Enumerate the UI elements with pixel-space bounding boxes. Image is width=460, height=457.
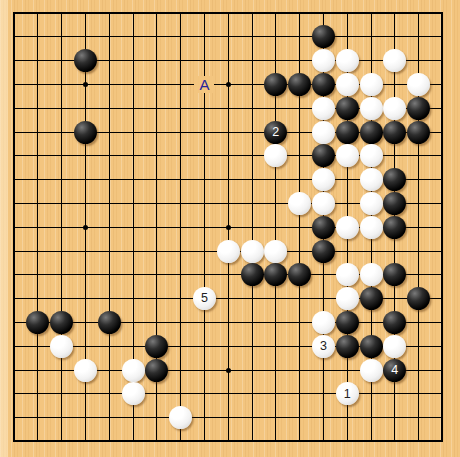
stone-white xyxy=(241,240,264,263)
stone-white xyxy=(383,97,406,120)
grid-line-horizontal xyxy=(13,322,443,323)
stone-white: 3 xyxy=(312,335,335,358)
stone-black xyxy=(336,97,359,120)
stone-white xyxy=(360,263,383,286)
stone-black xyxy=(312,240,335,263)
stone-white xyxy=(360,192,383,215)
stone-black xyxy=(383,263,406,286)
stone-white xyxy=(122,359,145,382)
stone-black xyxy=(288,263,311,286)
stone-black xyxy=(50,311,73,334)
stone-black xyxy=(360,121,383,144)
move-number-label: 5 xyxy=(201,292,208,305)
move-number-label: 4 xyxy=(391,364,398,377)
stone-black xyxy=(264,73,287,96)
stone-black xyxy=(288,73,311,96)
star-point xyxy=(83,82,88,87)
stone-black xyxy=(264,263,287,286)
stone-black xyxy=(407,121,430,144)
stone-black xyxy=(383,216,406,239)
stone-white xyxy=(264,144,287,167)
stone-white xyxy=(336,216,359,239)
grid-line-vertical xyxy=(252,12,253,442)
stone-white xyxy=(312,97,335,120)
stone-black xyxy=(145,359,168,382)
stone-white xyxy=(288,192,311,215)
stone-black xyxy=(312,144,335,167)
grid-line-vertical xyxy=(441,12,443,442)
grid-line-horizontal xyxy=(13,417,443,418)
stone-black xyxy=(383,121,406,144)
move-number-label: 3 xyxy=(320,340,327,353)
stone-white: 1 xyxy=(336,382,359,405)
stone-white xyxy=(360,144,383,167)
stone-black xyxy=(407,97,430,120)
stone-white xyxy=(312,121,335,144)
stone-white xyxy=(336,287,359,310)
stone-black xyxy=(98,311,121,334)
stone-white xyxy=(312,192,335,215)
stone-black xyxy=(336,311,359,334)
point-label-a: A xyxy=(194,76,214,93)
star-point xyxy=(226,225,231,230)
star-point xyxy=(226,82,231,87)
stone-black xyxy=(74,121,97,144)
stone-white xyxy=(336,49,359,72)
grid-line-horizontal xyxy=(13,440,443,442)
stone-white xyxy=(383,49,406,72)
stone-black xyxy=(383,192,406,215)
stone-white xyxy=(360,216,383,239)
stone-white xyxy=(122,382,145,405)
stone-white xyxy=(312,49,335,72)
stone-black xyxy=(312,25,335,48)
stone-black xyxy=(336,121,359,144)
stone-black xyxy=(360,287,383,310)
grid-line-horizontal xyxy=(13,393,443,394)
stone-black xyxy=(383,311,406,334)
stone-white xyxy=(360,359,383,382)
stone-white xyxy=(50,335,73,358)
stone-white xyxy=(264,240,287,263)
stone-white xyxy=(336,144,359,167)
stone-white xyxy=(383,335,406,358)
go-board[interactable]: 25341A xyxy=(0,0,460,457)
stone-white xyxy=(169,406,192,429)
stone-white xyxy=(312,311,335,334)
stone-black xyxy=(241,263,264,286)
move-number-label: 2 xyxy=(272,126,279,139)
stone-white xyxy=(312,168,335,191)
stone-white xyxy=(336,263,359,286)
stone-black xyxy=(383,168,406,191)
star-point xyxy=(83,225,88,230)
stone-black xyxy=(312,216,335,239)
move-number-label: 1 xyxy=(344,388,351,401)
stone-white xyxy=(360,168,383,191)
stone-white xyxy=(407,73,430,96)
stone-white xyxy=(217,240,240,263)
stone-white xyxy=(360,73,383,96)
stone-black xyxy=(312,73,335,96)
stone-black xyxy=(407,287,430,310)
stone-white xyxy=(336,73,359,96)
stone-black xyxy=(145,335,168,358)
stone-black: 4 xyxy=(383,359,406,382)
stone-black: 2 xyxy=(264,121,287,144)
stone-white: 5 xyxy=(193,287,216,310)
star-point xyxy=(226,368,231,373)
stone-black xyxy=(336,335,359,358)
stone-white xyxy=(74,359,97,382)
stone-white xyxy=(360,97,383,120)
stone-black xyxy=(74,49,97,72)
stone-black xyxy=(360,335,383,358)
stone-black xyxy=(26,311,49,334)
